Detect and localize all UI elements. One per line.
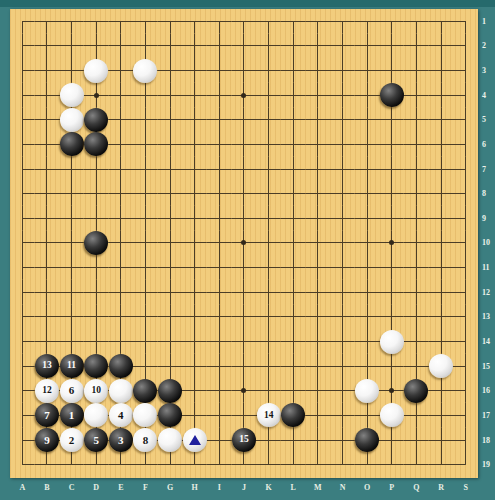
intersection-F10[interactable] — [133, 231, 158, 256]
intersection-A2[interactable] — [10, 34, 35, 59]
intersection-P16[interactable] — [379, 378, 404, 403]
intersection-K16[interactable] — [256, 378, 281, 403]
intersection-R3[interactable] — [429, 58, 454, 83]
intersection-H1[interactable] — [182, 9, 207, 34]
intersection-Q17[interactable] — [404, 403, 429, 428]
intersection-A18[interactable] — [10, 428, 35, 453]
intersection-C17[interactable]: 1 — [59, 403, 84, 428]
intersection-N8[interactable] — [330, 181, 355, 206]
intersection-L12[interactable] — [281, 280, 306, 305]
intersection-E14[interactable] — [109, 329, 134, 354]
intersection-S19[interactable] — [453, 452, 478, 477]
intersection-E4[interactable] — [109, 83, 134, 108]
intersection-I10[interactable] — [207, 231, 232, 256]
intersection-F13[interactable] — [133, 305, 158, 330]
intersection-J4[interactable] — [232, 83, 257, 108]
intersection-J3[interactable] — [232, 58, 257, 83]
intersection-Q2[interactable] — [404, 34, 429, 59]
intersection-J8[interactable] — [232, 181, 257, 206]
intersection-B6[interactable] — [35, 132, 60, 157]
intersection-H17[interactable] — [182, 403, 207, 428]
intersection-G19[interactable] — [158, 452, 183, 477]
intersection-M8[interactable] — [306, 181, 331, 206]
intersection-S12[interactable] — [453, 280, 478, 305]
intersection-K18[interactable] — [256, 428, 281, 453]
intersection-J16[interactable] — [232, 378, 257, 403]
intersection-N15[interactable] — [330, 354, 355, 379]
intersection-Q10[interactable] — [404, 231, 429, 256]
intersection-A1[interactable] — [10, 9, 35, 34]
intersection-S17[interactable] — [453, 403, 478, 428]
intersection-B18[interactable]: 9 — [35, 428, 60, 453]
intersection-I15[interactable] — [207, 354, 232, 379]
intersection-A9[interactable] — [10, 206, 35, 231]
intersection-A7[interactable] — [10, 157, 35, 182]
intersection-L13[interactable] — [281, 305, 306, 330]
intersection-Q19[interactable] — [404, 452, 429, 477]
intersection-C8[interactable] — [59, 181, 84, 206]
intersection-E3[interactable] — [109, 58, 134, 83]
intersection-R1[interactable] — [429, 9, 454, 34]
intersection-D12[interactable] — [84, 280, 109, 305]
intersection-G13[interactable] — [158, 305, 183, 330]
intersection-P14[interactable] — [379, 329, 404, 354]
intersection-P4[interactable] — [379, 83, 404, 108]
intersection-C3[interactable] — [59, 58, 84, 83]
intersection-S3[interactable] — [453, 58, 478, 83]
intersection-M3[interactable] — [306, 58, 331, 83]
intersection-Q5[interactable] — [404, 108, 429, 133]
intersection-G2[interactable] — [158, 34, 183, 59]
intersection-E13[interactable] — [109, 305, 134, 330]
intersection-H19[interactable] — [182, 452, 207, 477]
intersection-O15[interactable] — [355, 354, 380, 379]
intersection-Q11[interactable] — [404, 255, 429, 280]
intersection-M12[interactable] — [306, 280, 331, 305]
intersection-C2[interactable] — [59, 34, 84, 59]
intersection-Q13[interactable] — [404, 305, 429, 330]
intersection-O9[interactable] — [355, 206, 380, 231]
intersection-R6[interactable] — [429, 132, 454, 157]
intersection-A17[interactable] — [10, 403, 35, 428]
intersection-M1[interactable] — [306, 9, 331, 34]
intersection-I13[interactable] — [207, 305, 232, 330]
intersection-N11[interactable] — [330, 255, 355, 280]
intersection-S7[interactable] — [453, 157, 478, 182]
intersection-H6[interactable] — [182, 132, 207, 157]
intersection-I4[interactable] — [207, 83, 232, 108]
intersection-I3[interactable] — [207, 58, 232, 83]
intersection-C5[interactable] — [59, 108, 84, 133]
intersection-S9[interactable] — [453, 206, 478, 231]
intersection-Q12[interactable] — [404, 280, 429, 305]
intersection-C1[interactable] — [59, 9, 84, 34]
intersection-O8[interactable] — [355, 181, 380, 206]
intersection-D15[interactable] — [84, 354, 109, 379]
intersection-D5[interactable] — [84, 108, 109, 133]
intersection-I12[interactable] — [207, 280, 232, 305]
intersection-E11[interactable] — [109, 255, 134, 280]
intersection-S2[interactable] — [453, 34, 478, 59]
intersection-P19[interactable] — [379, 452, 404, 477]
intersection-R10[interactable] — [429, 231, 454, 256]
intersection-E16[interactable] — [109, 378, 134, 403]
intersection-G9[interactable] — [158, 206, 183, 231]
intersection-O6[interactable] — [355, 132, 380, 157]
intersection-B8[interactable] — [35, 181, 60, 206]
intersection-O5[interactable] — [355, 108, 380, 133]
intersection-N10[interactable] — [330, 231, 355, 256]
intersection-B2[interactable] — [35, 34, 60, 59]
intersection-P5[interactable] — [379, 108, 404, 133]
intersection-J1[interactable] — [232, 9, 257, 34]
intersection-K17[interactable]: 14 — [256, 403, 281, 428]
intersection-P11[interactable] — [379, 255, 404, 280]
intersection-B5[interactable] — [35, 108, 60, 133]
intersection-O14[interactable] — [355, 329, 380, 354]
intersection-I11[interactable] — [207, 255, 232, 280]
intersection-S14[interactable] — [453, 329, 478, 354]
intersection-C13[interactable] — [59, 305, 84, 330]
intersection-I1[interactable] — [207, 9, 232, 34]
intersection-O11[interactable] — [355, 255, 380, 280]
intersection-G11[interactable] — [158, 255, 183, 280]
intersection-B12[interactable] — [35, 280, 60, 305]
intersection-J12[interactable] — [232, 280, 257, 305]
intersection-I14[interactable] — [207, 329, 232, 354]
intersection-R17[interactable] — [429, 403, 454, 428]
intersection-N18[interactable] — [330, 428, 355, 453]
intersection-I8[interactable] — [207, 181, 232, 206]
intersection-B1[interactable] — [35, 9, 60, 34]
intersection-F11[interactable] — [133, 255, 158, 280]
intersection-P2[interactable] — [379, 34, 404, 59]
intersection-O3[interactable] — [355, 58, 380, 83]
intersection-S13[interactable] — [453, 305, 478, 330]
intersection-N7[interactable] — [330, 157, 355, 182]
intersection-H11[interactable] — [182, 255, 207, 280]
intersection-E10[interactable] — [109, 231, 134, 256]
intersection-E9[interactable] — [109, 206, 134, 231]
intersection-A15[interactable] — [10, 354, 35, 379]
intersection-I19[interactable] — [207, 452, 232, 477]
intersection-N9[interactable] — [330, 206, 355, 231]
intersection-Q16[interactable] — [404, 378, 429, 403]
intersection-F16[interactable] — [133, 378, 158, 403]
intersection-J14[interactable] — [232, 329, 257, 354]
intersection-F8[interactable] — [133, 181, 158, 206]
intersection-N1[interactable] — [330, 9, 355, 34]
intersection-A19[interactable] — [10, 452, 35, 477]
intersection-S8[interactable] — [453, 181, 478, 206]
intersection-I18[interactable] — [207, 428, 232, 453]
intersection-R2[interactable] — [429, 34, 454, 59]
intersection-Q1[interactable] — [404, 9, 429, 34]
intersection-C19[interactable] — [59, 452, 84, 477]
intersection-P3[interactable] — [379, 58, 404, 83]
intersection-C12[interactable] — [59, 280, 84, 305]
intersection-J5[interactable] — [232, 108, 257, 133]
intersection-E15[interactable] — [109, 354, 134, 379]
intersection-J10[interactable] — [232, 231, 257, 256]
intersection-M17[interactable] — [306, 403, 331, 428]
intersection-D16[interactable]: 10 — [84, 378, 109, 403]
intersection-L2[interactable] — [281, 34, 306, 59]
intersection-B14[interactable] — [35, 329, 60, 354]
intersection-F2[interactable] — [133, 34, 158, 59]
intersection-H2[interactable] — [182, 34, 207, 59]
intersection-C7[interactable] — [59, 157, 84, 182]
intersection-B11[interactable] — [35, 255, 60, 280]
intersection-M5[interactable] — [306, 108, 331, 133]
intersection-Q4[interactable] — [404, 83, 429, 108]
intersection-K7[interactable] — [256, 157, 281, 182]
intersection-O16[interactable] — [355, 378, 380, 403]
intersection-M13[interactable] — [306, 305, 331, 330]
intersection-P8[interactable] — [379, 181, 404, 206]
intersection-P17[interactable] — [379, 403, 404, 428]
intersection-K8[interactable] — [256, 181, 281, 206]
intersection-G18[interactable] — [158, 428, 183, 453]
intersection-P10[interactable] — [379, 231, 404, 256]
intersection-L11[interactable] — [281, 255, 306, 280]
intersection-N17[interactable] — [330, 403, 355, 428]
intersection-M7[interactable] — [306, 157, 331, 182]
intersection-J2[interactable] — [232, 34, 257, 59]
intersection-M6[interactable] — [306, 132, 331, 157]
intersection-L16[interactable] — [281, 378, 306, 403]
intersection-F4[interactable] — [133, 83, 158, 108]
intersection-G14[interactable] — [158, 329, 183, 354]
intersection-F6[interactable] — [133, 132, 158, 157]
intersection-K14[interactable] — [256, 329, 281, 354]
intersection-J17[interactable] — [232, 403, 257, 428]
intersection-D7[interactable] — [84, 157, 109, 182]
intersection-C6[interactable] — [59, 132, 84, 157]
intersection-D2[interactable] — [84, 34, 109, 59]
intersection-R14[interactable] — [429, 329, 454, 354]
intersection-L14[interactable] — [281, 329, 306, 354]
intersection-P13[interactable] — [379, 305, 404, 330]
intersection-H9[interactable] — [182, 206, 207, 231]
intersection-Q7[interactable] — [404, 157, 429, 182]
intersection-M14[interactable] — [306, 329, 331, 354]
intersection-H15[interactable] — [182, 354, 207, 379]
intersection-A4[interactable] — [10, 83, 35, 108]
intersection-I7[interactable] — [207, 157, 232, 182]
intersection-B4[interactable] — [35, 83, 60, 108]
intersection-G17[interactable] — [158, 403, 183, 428]
intersection-P18[interactable] — [379, 428, 404, 453]
intersection-D13[interactable] — [84, 305, 109, 330]
intersection-B16[interactable]: 12 — [35, 378, 60, 403]
intersection-R18[interactable] — [429, 428, 454, 453]
intersection-F14[interactable] — [133, 329, 158, 354]
intersection-C14[interactable] — [59, 329, 84, 354]
intersection-R11[interactable] — [429, 255, 454, 280]
intersection-K13[interactable] — [256, 305, 281, 330]
intersection-J13[interactable] — [232, 305, 257, 330]
intersection-S1[interactable] — [453, 9, 478, 34]
intersection-A10[interactable] — [10, 231, 35, 256]
intersection-I5[interactable] — [207, 108, 232, 133]
intersection-R4[interactable] — [429, 83, 454, 108]
intersection-L10[interactable] — [281, 231, 306, 256]
intersection-O19[interactable] — [355, 452, 380, 477]
intersection-S5[interactable] — [453, 108, 478, 133]
intersection-R5[interactable] — [429, 108, 454, 133]
intersection-Q8[interactable] — [404, 181, 429, 206]
intersection-B7[interactable] — [35, 157, 60, 182]
intersection-K1[interactable] — [256, 9, 281, 34]
intersection-N13[interactable] — [330, 305, 355, 330]
intersection-O13[interactable] — [355, 305, 380, 330]
intersection-D8[interactable] — [84, 181, 109, 206]
intersection-R7[interactable] — [429, 157, 454, 182]
intersection-H12[interactable] — [182, 280, 207, 305]
intersection-M2[interactable] — [306, 34, 331, 59]
intersection-F19[interactable] — [133, 452, 158, 477]
intersection-A3[interactable] — [10, 58, 35, 83]
intersection-P12[interactable] — [379, 280, 404, 305]
intersection-K11[interactable] — [256, 255, 281, 280]
intersection-P1[interactable] — [379, 9, 404, 34]
intersection-F15[interactable] — [133, 354, 158, 379]
intersection-D10[interactable] — [84, 231, 109, 256]
intersection-H18[interactable] — [182, 428, 207, 453]
intersection-F3[interactable] — [133, 58, 158, 83]
intersection-K19[interactable] — [256, 452, 281, 477]
intersection-A11[interactable] — [10, 255, 35, 280]
intersection-L17[interactable] — [281, 403, 306, 428]
intersection-L19[interactable] — [281, 452, 306, 477]
intersection-P15[interactable] — [379, 354, 404, 379]
intersection-C9[interactable] — [59, 206, 84, 231]
intersection-D9[interactable] — [84, 206, 109, 231]
intersection-D17[interactable] — [84, 403, 109, 428]
intersection-M19[interactable] — [306, 452, 331, 477]
intersection-O2[interactable] — [355, 34, 380, 59]
intersection-A6[interactable] — [10, 132, 35, 157]
intersection-L9[interactable] — [281, 206, 306, 231]
intersection-S4[interactable] — [453, 83, 478, 108]
intersection-A8[interactable] — [10, 181, 35, 206]
intersection-O17[interactable] — [355, 403, 380, 428]
intersection-M16[interactable] — [306, 378, 331, 403]
intersection-N2[interactable] — [330, 34, 355, 59]
intersection-P7[interactable] — [379, 157, 404, 182]
intersection-P9[interactable] — [379, 206, 404, 231]
intersection-B3[interactable] — [35, 58, 60, 83]
intersection-G3[interactable] — [158, 58, 183, 83]
intersection-E1[interactable] — [109, 9, 134, 34]
intersection-R12[interactable] — [429, 280, 454, 305]
intersection-B10[interactable] — [35, 231, 60, 256]
intersection-G16[interactable] — [158, 378, 183, 403]
intersection-D1[interactable] — [84, 9, 109, 34]
intersection-N5[interactable] — [330, 108, 355, 133]
intersection-F12[interactable] — [133, 280, 158, 305]
intersection-F5[interactable] — [133, 108, 158, 133]
intersection-N14[interactable] — [330, 329, 355, 354]
intersection-B13[interactable] — [35, 305, 60, 330]
intersection-J6[interactable] — [232, 132, 257, 157]
intersection-N16[interactable] — [330, 378, 355, 403]
intersection-F17[interactable] — [133, 403, 158, 428]
intersection-M18[interactable] — [306, 428, 331, 453]
intersection-O4[interactable] — [355, 83, 380, 108]
intersection-F9[interactable] — [133, 206, 158, 231]
intersection-O7[interactable] — [355, 157, 380, 182]
intersection-N6[interactable] — [330, 132, 355, 157]
intersection-S16[interactable] — [453, 378, 478, 403]
intersection-R8[interactable] — [429, 181, 454, 206]
intersection-G7[interactable] — [158, 157, 183, 182]
intersection-N12[interactable] — [330, 280, 355, 305]
intersection-E2[interactable] — [109, 34, 134, 59]
intersection-B17[interactable]: 7 — [35, 403, 60, 428]
intersection-D11[interactable] — [84, 255, 109, 280]
intersection-D3[interactable] — [84, 58, 109, 83]
intersection-F18[interactable]: 8 — [133, 428, 158, 453]
intersection-P6[interactable] — [379, 132, 404, 157]
intersection-G15[interactable] — [158, 354, 183, 379]
intersection-O10[interactable] — [355, 231, 380, 256]
intersection-R9[interactable] — [429, 206, 454, 231]
intersection-C10[interactable] — [59, 231, 84, 256]
intersection-G12[interactable] — [158, 280, 183, 305]
intersection-M10[interactable] — [306, 231, 331, 256]
intersection-Q3[interactable] — [404, 58, 429, 83]
intersection-L1[interactable] — [281, 9, 306, 34]
intersection-G6[interactable] — [158, 132, 183, 157]
intersection-R15[interactable] — [429, 354, 454, 379]
intersection-E12[interactable] — [109, 280, 134, 305]
intersection-E8[interactable] — [109, 181, 134, 206]
intersection-C11[interactable] — [59, 255, 84, 280]
intersection-M15[interactable] — [306, 354, 331, 379]
intersection-K4[interactable] — [256, 83, 281, 108]
intersection-M9[interactable] — [306, 206, 331, 231]
intersection-Q14[interactable] — [404, 329, 429, 354]
intersection-O1[interactable] — [355, 9, 380, 34]
intersection-O12[interactable] — [355, 280, 380, 305]
intersection-E19[interactable] — [109, 452, 134, 477]
intersection-A5[interactable] — [10, 108, 35, 133]
intersection-J11[interactable] — [232, 255, 257, 280]
intersection-K5[interactable] — [256, 108, 281, 133]
intersection-J15[interactable] — [232, 354, 257, 379]
intersection-J9[interactable] — [232, 206, 257, 231]
intersection-S18[interactable] — [453, 428, 478, 453]
intersection-C16[interactable]: 6 — [59, 378, 84, 403]
intersection-E18[interactable]: 3 — [109, 428, 134, 453]
intersection-G1[interactable] — [158, 9, 183, 34]
intersection-I16[interactable] — [207, 378, 232, 403]
intersection-H13[interactable] — [182, 305, 207, 330]
intersection-N4[interactable] — [330, 83, 355, 108]
intersection-K3[interactable] — [256, 58, 281, 83]
intersection-I9[interactable] — [207, 206, 232, 231]
intersection-L6[interactable] — [281, 132, 306, 157]
intersection-A12[interactable] — [10, 280, 35, 305]
intersection-L5[interactable] — [281, 108, 306, 133]
intersection-G5[interactable] — [158, 108, 183, 133]
intersection-D14[interactable] — [84, 329, 109, 354]
intersection-L15[interactable] — [281, 354, 306, 379]
intersection-A14[interactable] — [10, 329, 35, 354]
intersection-L8[interactable] — [281, 181, 306, 206]
